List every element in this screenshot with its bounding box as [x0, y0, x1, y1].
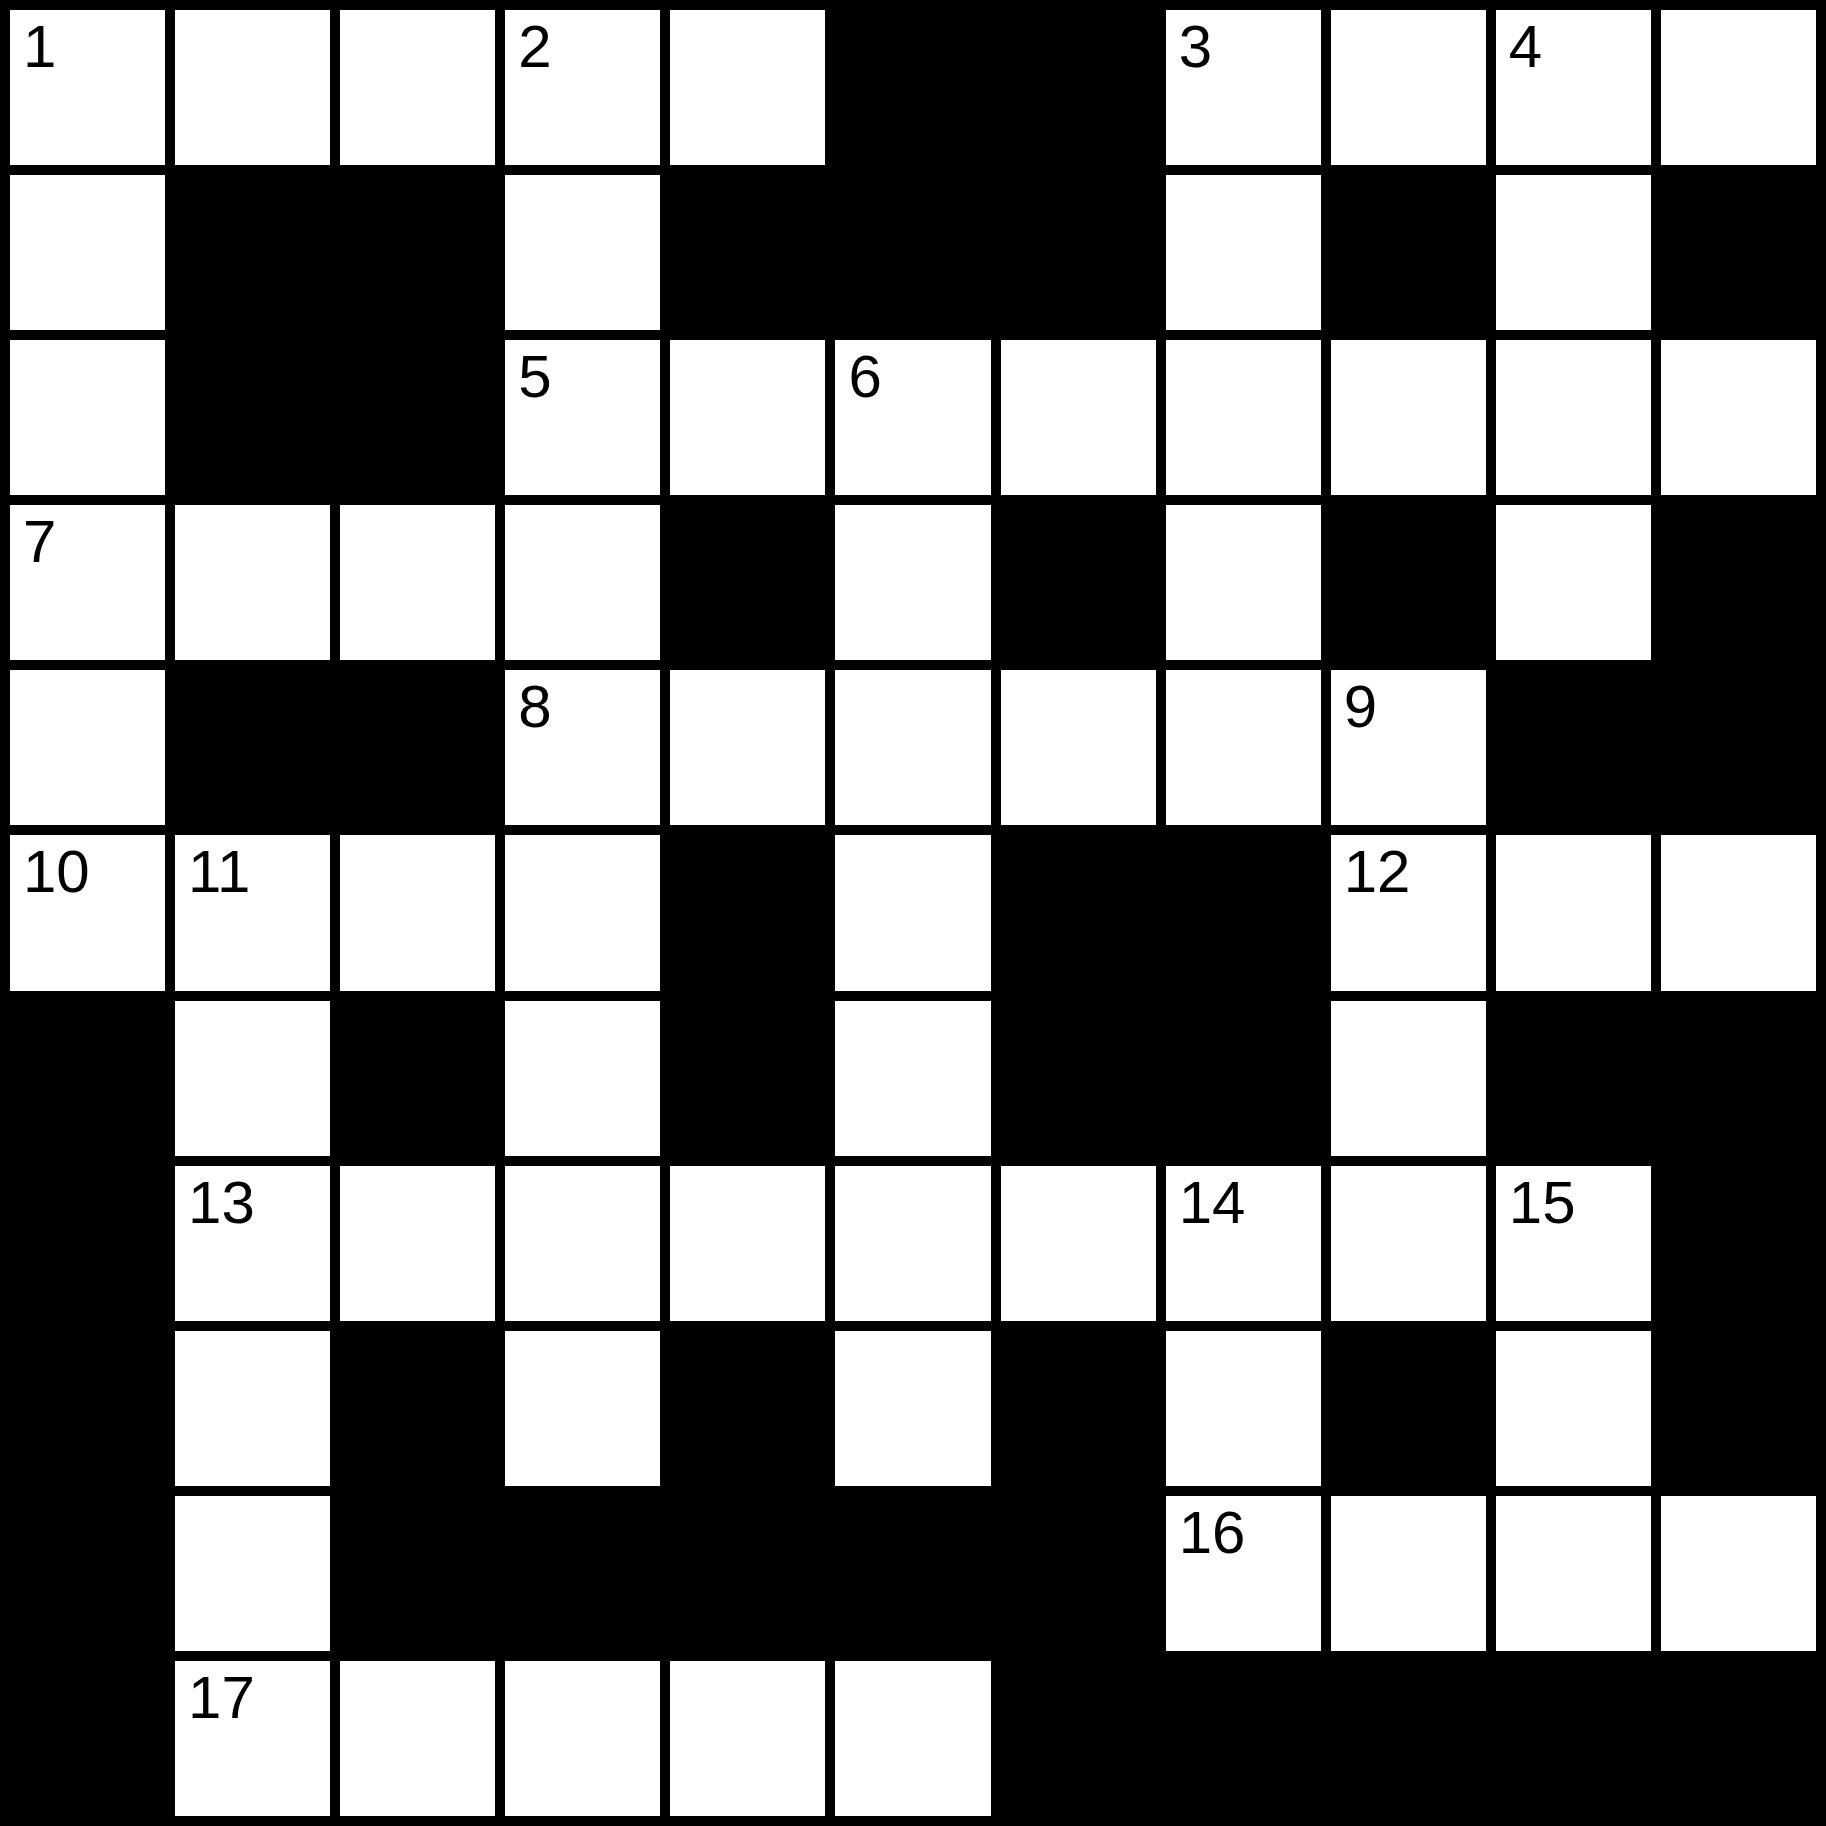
cell-r10-c9 — [1496, 1661, 1651, 1816]
cell-r0-c5 — [835, 10, 990, 165]
cell-r4-c5[interactable] — [835, 670, 990, 825]
cell-r8-c9[interactable] — [1496, 1331, 1651, 1486]
cell-r10-c4[interactable] — [670, 1661, 825, 1816]
cell-r7-c8[interactable] — [1331, 1166, 1486, 1321]
crossword-grid: 1234567891011121314151617 — [0, 0, 1826, 1826]
cell-r6-c5[interactable] — [835, 1001, 990, 1156]
cell-r1-c1 — [175, 175, 330, 330]
cell-r4-c3[interactable]: 8 — [505, 670, 660, 825]
cell-r6-c3[interactable] — [505, 1001, 660, 1156]
cell-r4-c10 — [1661, 670, 1816, 825]
cell-r10-c3[interactable] — [505, 1661, 660, 1816]
cell-r5-c6 — [1001, 835, 1156, 990]
cell-r2-c7[interactable] — [1166, 340, 1321, 495]
cell-r5-c7 — [1166, 835, 1321, 990]
clue-number: 9 — [1344, 677, 1377, 737]
cell-r6-c4 — [670, 1001, 825, 1156]
cell-r2-c5[interactable]: 6 — [835, 340, 990, 495]
cell-r9-c10[interactable] — [1661, 1496, 1816, 1651]
cell-r7-c7[interactable]: 14 — [1166, 1166, 1321, 1321]
cell-r10-c10 — [1661, 1661, 1816, 1816]
cell-r2-c3[interactable]: 5 — [505, 340, 660, 495]
cell-r0-c8[interactable] — [1331, 10, 1486, 165]
clue-number: 13 — [188, 1173, 255, 1233]
cell-r9-c0 — [10, 1496, 165, 1651]
cell-r0-c9[interactable]: 4 — [1496, 10, 1651, 165]
cell-r6-c9 — [1496, 1001, 1651, 1156]
cell-r2-c0[interactable] — [10, 340, 165, 495]
clue-number: 5 — [518, 347, 551, 407]
cell-r10-c8 — [1331, 1661, 1486, 1816]
cell-r0-c2[interactable] — [340, 10, 495, 165]
cell-r9-c2 — [340, 1496, 495, 1651]
cell-r2-c2 — [340, 340, 495, 495]
cell-r0-c4[interactable] — [670, 10, 825, 165]
clue-number: 4 — [1509, 17, 1542, 77]
cell-r10-c6 — [1001, 1661, 1156, 1816]
cell-r8-c4 — [670, 1331, 825, 1486]
cell-r1-c5 — [835, 175, 990, 330]
cell-r8-c8 — [1331, 1331, 1486, 1486]
cell-r7-c5[interactable] — [835, 1166, 990, 1321]
cell-r0-c10[interactable] — [1661, 10, 1816, 165]
cell-r5-c5[interactable] — [835, 835, 990, 990]
cell-r3-c8 — [1331, 505, 1486, 660]
cell-r6-c7 — [1166, 1001, 1321, 1156]
cell-r6-c6 — [1001, 1001, 1156, 1156]
cell-r8-c6 — [1001, 1331, 1156, 1486]
cell-r2-c10[interactable] — [1661, 340, 1816, 495]
cell-r5-c8[interactable]: 12 — [1331, 835, 1486, 990]
cell-r2-c1 — [175, 340, 330, 495]
cell-r10-c7 — [1166, 1661, 1321, 1816]
cell-r4-c7[interactable] — [1166, 670, 1321, 825]
cell-r4-c8[interactable]: 9 — [1331, 670, 1486, 825]
cell-r7-c4[interactable] — [670, 1166, 825, 1321]
cell-r5-c2[interactable] — [340, 835, 495, 990]
cell-r9-c3 — [505, 1496, 660, 1651]
cell-r3-c7[interactable] — [1166, 505, 1321, 660]
clue-number: 11 — [188, 842, 250, 902]
cell-r3-c10 — [1661, 505, 1816, 660]
cell-r2-c6[interactable] — [1001, 340, 1156, 495]
cell-r6-c10 — [1661, 1001, 1816, 1156]
cell-r6-c0 — [10, 1001, 165, 1156]
cell-r4-c2 — [340, 670, 495, 825]
cell-r1-c9[interactable] — [1496, 175, 1651, 330]
cell-r8-c1[interactable] — [175, 1331, 330, 1486]
cell-r7-c0 — [10, 1166, 165, 1321]
cell-r6-c8[interactable] — [1331, 1001, 1486, 1156]
cell-r5-c9[interactable] — [1496, 835, 1651, 990]
cell-r4-c6[interactable] — [1001, 670, 1156, 825]
cell-r9-c8[interactable] — [1331, 1496, 1486, 1651]
cell-r4-c4[interactable] — [670, 670, 825, 825]
cell-r6-c1[interactable] — [175, 1001, 330, 1156]
cell-r2-c9[interactable] — [1496, 340, 1651, 495]
clue-number: 16 — [1179, 1503, 1246, 1563]
cell-r2-c8[interactable] — [1331, 340, 1486, 495]
cell-r1-c3[interactable] — [505, 175, 660, 330]
cell-r0-c7[interactable]: 3 — [1166, 10, 1321, 165]
cell-r1-c6 — [1001, 175, 1156, 330]
cell-r3-c0[interactable]: 7 — [10, 505, 165, 660]
cell-r9-c9[interactable] — [1496, 1496, 1651, 1651]
cell-r5-c10[interactable] — [1661, 835, 1816, 990]
cell-r10-c0 — [10, 1661, 165, 1816]
cell-r3-c5[interactable] — [835, 505, 990, 660]
cell-r0-c6 — [1001, 10, 1156, 165]
clue-number: 8 — [518, 677, 551, 737]
cell-r9-c4 — [670, 1496, 825, 1651]
cell-r1-c10 — [1661, 175, 1816, 330]
cell-r3-c1[interactable] — [175, 505, 330, 660]
cell-r1-c7[interactable] — [1166, 175, 1321, 330]
cell-r9-c6 — [1001, 1496, 1156, 1651]
cell-r0-c1[interactable] — [175, 10, 330, 165]
cell-r9-c5 — [835, 1496, 990, 1651]
clue-number: 2 — [518, 17, 551, 77]
clue-number: 10 — [23, 842, 90, 902]
cell-r5-c4 — [670, 835, 825, 990]
cell-r6-c2 — [340, 1001, 495, 1156]
cell-r5-c3[interactable] — [505, 835, 660, 990]
clue-number: 7 — [23, 512, 56, 572]
cell-r2-c4[interactable] — [670, 340, 825, 495]
clue-number: 14 — [1179, 1173, 1246, 1233]
cell-r3-c3[interactable] — [505, 505, 660, 660]
cell-r4-c9 — [1496, 670, 1651, 825]
cell-r3-c6 — [1001, 505, 1156, 660]
cell-r8-c10 — [1661, 1331, 1816, 1486]
cell-r9-c1[interactable] — [175, 1496, 330, 1651]
cell-r5-c1[interactable]: 11 — [175, 835, 330, 990]
cell-r1-c4 — [670, 175, 825, 330]
cell-r7-c10 — [1661, 1166, 1816, 1321]
cell-r10-c1[interactable]: 17 — [175, 1661, 330, 1816]
cell-r10-c2[interactable] — [340, 1661, 495, 1816]
cell-r8-c3[interactable] — [505, 1331, 660, 1486]
cell-r7-c9[interactable]: 15 — [1496, 1166, 1651, 1321]
cell-r3-c4 — [670, 505, 825, 660]
cell-r0-c3[interactable]: 2 — [505, 10, 660, 165]
cell-r9-c7[interactable]: 16 — [1166, 1496, 1321, 1651]
cell-r8-c5[interactable] — [835, 1331, 990, 1486]
clue-number: 1 — [23, 17, 56, 77]
cell-r5-c0[interactable]: 10 — [10, 835, 165, 990]
cell-r7-c3[interactable] — [505, 1166, 660, 1321]
cell-r0-c0[interactable]: 1 — [10, 10, 165, 165]
cell-r1-c2 — [340, 175, 495, 330]
clue-number: 3 — [1179, 17, 1212, 77]
cell-r7-c1[interactable]: 13 — [175, 1166, 330, 1321]
cell-r1-c0[interactable] — [10, 175, 165, 330]
clue-number: 17 — [188, 1668, 255, 1728]
cell-r4-c0[interactable] — [10, 670, 165, 825]
cell-r8-c0 — [10, 1331, 165, 1486]
clue-number: 6 — [848, 347, 881, 407]
cell-r3-c2[interactable] — [340, 505, 495, 660]
cell-r7-c2[interactable] — [340, 1166, 495, 1321]
cell-r1-c8 — [1331, 175, 1486, 330]
cell-r8-c2 — [340, 1331, 495, 1486]
crossword-puzzle: 1234567891011121314151617 — [0, 0, 1826, 1826]
cell-r4-c1 — [175, 670, 330, 825]
clue-number: 15 — [1509, 1173, 1576, 1233]
clue-number: 12 — [1344, 842, 1411, 902]
cell-r7-c6[interactable] — [1001, 1166, 1156, 1321]
cell-r3-c9[interactable] — [1496, 505, 1651, 660]
cell-r8-c7[interactable] — [1166, 1331, 1321, 1486]
cell-r10-c5[interactable] — [835, 1661, 990, 1816]
